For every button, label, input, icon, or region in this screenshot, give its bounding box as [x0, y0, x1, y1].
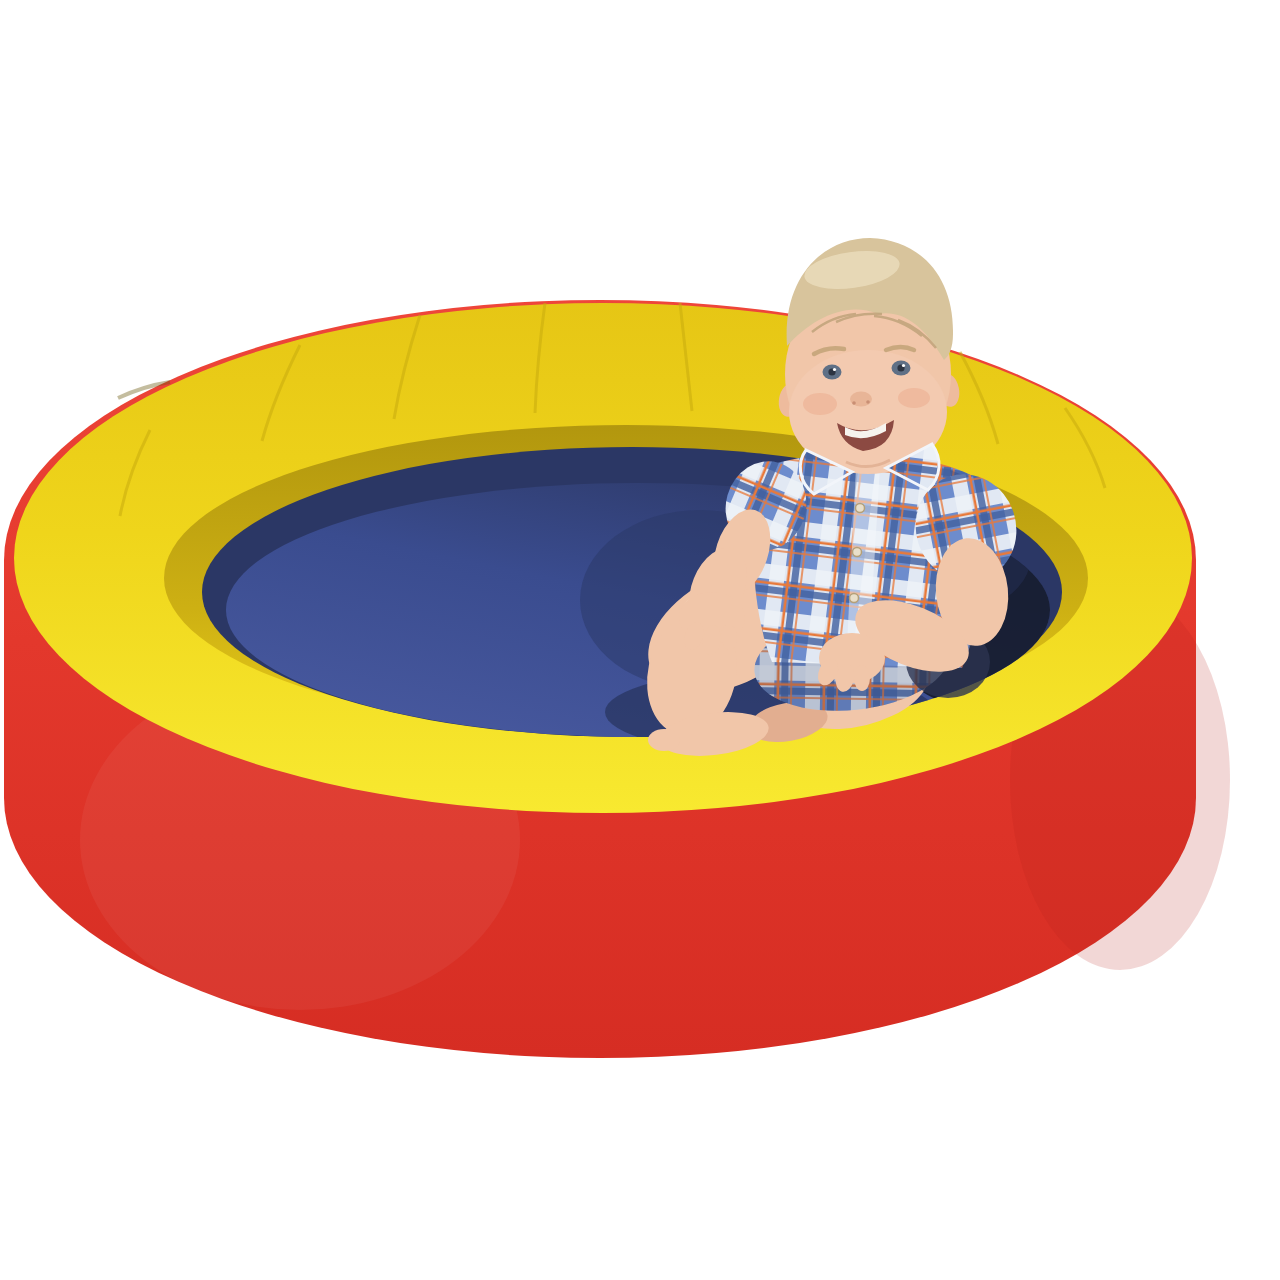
- product-photo: [0, 0, 1280, 1280]
- left-nostril: [852, 401, 856, 405]
- toddler-head: [776, 238, 962, 474]
- left-foot-toes: [648, 729, 680, 751]
- right-eye-glint: [902, 364, 905, 367]
- right-finger-3: [854, 665, 870, 691]
- right-blush: [898, 388, 930, 408]
- left-blush: [803, 393, 837, 415]
- scene-canvas: [0, 0, 1280, 1280]
- left-eye-glint: [833, 368, 836, 371]
- right-nostril: [866, 400, 870, 404]
- play-pool: [4, 300, 1230, 1058]
